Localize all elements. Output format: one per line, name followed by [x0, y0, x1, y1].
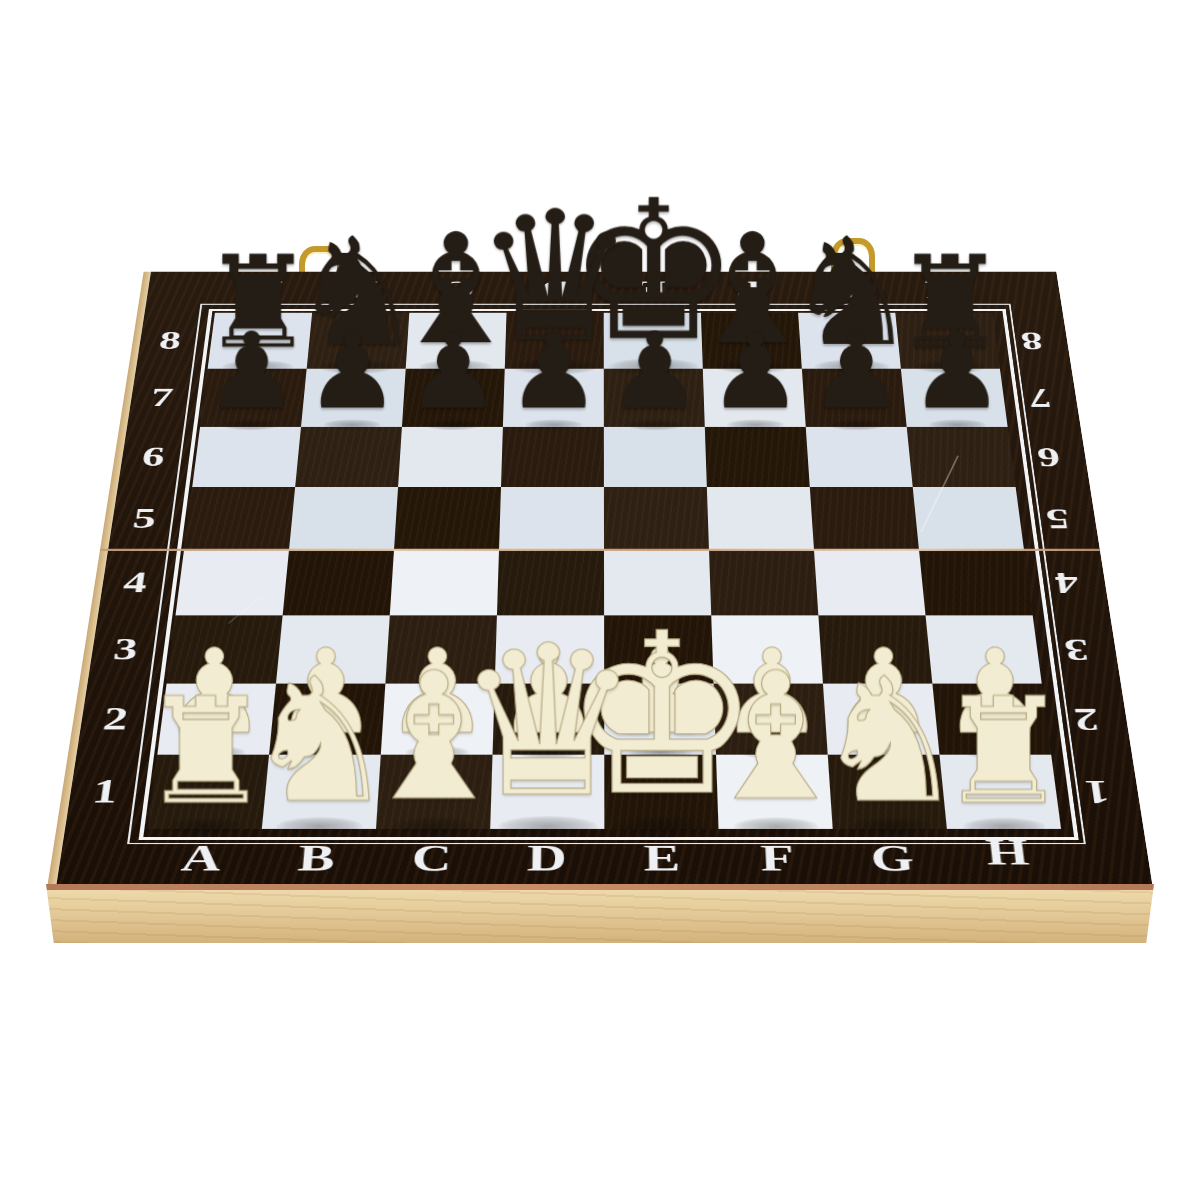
- file-label-top-b: B: [347, 277, 377, 301]
- piece-shadow: [962, 818, 1047, 836]
- square-b7[interactable]: [301, 369, 406, 427]
- square-f6[interactable]: [705, 427, 810, 487]
- front-wood-edge: [46, 884, 1154, 943]
- file-label-top-f: F: [735, 277, 762, 301]
- rank-label-left-6: 6: [140, 443, 166, 470]
- rank-label-left-7: 7: [149, 384, 175, 410]
- square-h8[interactable]: [895, 313, 1000, 369]
- rank-label-right-8: 8: [1019, 328, 1044, 353]
- square-f8[interactable]: [701, 313, 802, 369]
- file-label-top-g: G: [827, 277, 862, 301]
- square-h6[interactable]: [907, 427, 1016, 487]
- chessboard: AABBCCDDEEFFGGHH8877665544332211 ♜♞♝♛♚♝♞…: [47, 272, 1153, 888]
- square-h5[interactable]: [913, 487, 1024, 550]
- square-c5[interactable]: [394, 487, 501, 550]
- square-a7[interactable]: [200, 369, 307, 427]
- square-d7[interactable]: [503, 369, 604, 427]
- square-d8[interactable]: [505, 313, 604, 369]
- square-f5[interactable]: [707, 487, 814, 550]
- square-b8[interactable]: [307, 313, 410, 369]
- square-c8[interactable]: [406, 313, 507, 369]
- file-label-top-c: C: [443, 277, 475, 301]
- white-queen-glyph: ♛: [454, 624, 641, 822]
- square-e6[interactable]: [604, 427, 707, 487]
- file-label-top-d: D: [540, 277, 571, 301]
- square-c7[interactable]: [402, 369, 505, 427]
- piece-shadow: [162, 818, 247, 836]
- square-d6[interactable]: [501, 427, 604, 487]
- square-f7[interactable]: [703, 369, 806, 427]
- square-a5[interactable]: [184, 487, 295, 550]
- square-e5[interactable]: [604, 487, 709, 550]
- rank-label-right-6: 6: [1035, 443, 1061, 470]
- white-rook-glyph: ♜: [937, 682, 1068, 821]
- square-d5[interactable]: [499, 487, 604, 550]
- square-b6[interactable]: [295, 427, 402, 487]
- file-label-top-e: E: [638, 277, 667, 301]
- square-e8[interactable]: [604, 313, 703, 369]
- white-rook-glyph: ♜: [140, 682, 271, 821]
- rank-label-left-8: 8: [158, 328, 183, 353]
- file-label-top-a: A: [249, 277, 282, 301]
- square-c6[interactable]: [398, 427, 503, 487]
- square-e7[interactable]: [604, 369, 705, 427]
- square-g8[interactable]: [798, 313, 901, 369]
- square-a6[interactable]: [192, 427, 301, 487]
- square-g5[interactable]: [810, 487, 919, 550]
- square-h7[interactable]: [901, 369, 1008, 427]
- square-b5[interactable]: [289, 487, 398, 550]
- square-g7[interactable]: [802, 369, 907, 427]
- rank-label-right-5: 5: [1044, 504, 1071, 532]
- scene: AABBCCDDEEFFGGHH8877665544332211 ♜♞♝♛♚♝♞…: [0, 0, 1200, 1200]
- square-a8[interactable]: [208, 313, 312, 369]
- rank-label-left-5: 5: [131, 504, 158, 532]
- square-g6[interactable]: [806, 427, 913, 487]
- file-label-top-h: H: [923, 277, 959, 301]
- product-photo-stage: AABBCCDDEEFFGGHH8877665544332211 ♜♞♝♛♚♝♞…: [0, 0, 1200, 1200]
- rank-label-right-7: 7: [1027, 384, 1053, 410]
- piece-shadow: [733, 817, 819, 835]
